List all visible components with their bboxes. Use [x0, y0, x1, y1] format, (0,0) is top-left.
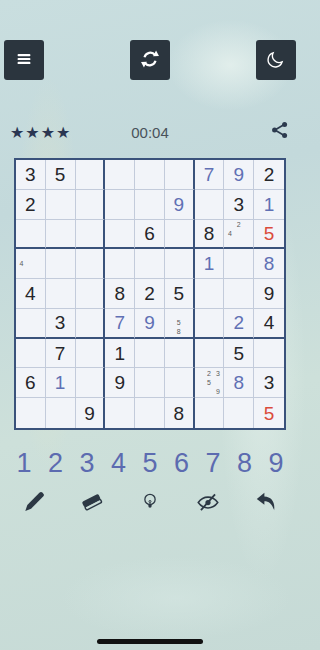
grid-cell-r7c6[interactable] — [165, 339, 195, 369]
grid-cell-r8c3[interactable] — [76, 368, 106, 398]
number-pad: 1 2 3 4 5 6 7 8 9 — [0, 450, 300, 477]
hide-eye-icon — [195, 489, 221, 518]
numpad-1[interactable]: 1 — [12, 450, 36, 477]
home-indicator[interactable] — [97, 639, 203, 644]
cell-digit: 7 — [55, 344, 66, 363]
grid-cell-r1c9[interactable]: 2 — [254, 160, 284, 190]
pencil-notes: 2359 — [196, 369, 223, 396]
grid-cell-r5c7[interactable] — [195, 279, 225, 309]
grid-cell-r9c8[interactable] — [224, 398, 254, 428]
moon-icon — [265, 48, 287, 73]
grid-cell-r1c4[interactable] — [105, 160, 135, 190]
numpad-2[interactable]: 2 — [44, 450, 68, 477]
numpad-9[interactable]: 9 — [264, 450, 288, 477]
grid-cell-r2c8[interactable]: 3 — [224, 190, 254, 220]
tool-bar — [0, 489, 300, 517]
game-timer: 00:04 — [100, 124, 200, 141]
grid-cell-r1c3[interactable] — [76, 160, 106, 190]
grid-cell-r8c7[interactable]: 2359 — [195, 368, 225, 398]
grid-cell-r8c5[interactable] — [135, 368, 165, 398]
grid-cell-r4c5[interactable] — [135, 249, 165, 279]
grid-cell-r9c1[interactable] — [16, 398, 46, 428]
grid-cell-r7c8[interactable]: 5 — [224, 339, 254, 369]
grid-cell-r4c4[interactable] — [105, 249, 135, 279]
grid-cell-r1c6[interactable] — [165, 160, 195, 190]
pencil-notes: 24 — [225, 221, 252, 247]
grid-cell-r1c2[interactable]: 5 — [46, 160, 76, 190]
grid-cell-r5c4[interactable]: 8 — [105, 279, 135, 309]
grid-cell-r3c6[interactable] — [165, 220, 195, 250]
grid-cell-r6c5[interactable]: 9 — [135, 309, 165, 339]
cell-digit: 1 — [204, 254, 215, 273]
cell-digit: 5 — [264, 224, 275, 243]
grid-cell-r1c8[interactable]: 9 — [224, 160, 254, 190]
eraser-icon — [79, 489, 105, 518]
grid-cell-r3c7[interactable]: 8 — [195, 220, 225, 250]
grid-cell-r9c5[interactable] — [135, 398, 165, 428]
numpad-5[interactable]: 5 — [138, 450, 162, 477]
grid-cell-r7c5[interactable] — [135, 339, 165, 369]
cell-digit: 9 — [144, 313, 155, 332]
difficulty-stars: ★★★★ — [10, 123, 100, 142]
undo-button[interactable] — [246, 489, 286, 517]
grid-cell-r3c8[interactable]: 24 — [224, 220, 254, 250]
grid-cell-r7c2[interactable]: 7 — [46, 339, 76, 369]
share-icon[interactable] — [270, 120, 290, 144]
cell-digit: 7 — [204, 165, 215, 184]
grid-cell-r4c2[interactable] — [46, 249, 76, 279]
cell-digit: 9 — [234, 165, 245, 184]
grid-cell-r4c6[interactable] — [165, 249, 195, 279]
grid-cell-r1c1[interactable]: 3 — [16, 160, 46, 190]
grid-cell-r3c9[interactable]: 5 — [254, 220, 284, 250]
cell-digit: 7 — [114, 313, 125, 332]
numpad-7[interactable]: 7 — [201, 450, 225, 477]
status-row: ★★★★ 00:04 — [0, 122, 300, 142]
cell-digit: 2 — [234, 313, 245, 332]
grid-cell-r5c8[interactable] — [224, 279, 254, 309]
grid-cell-r6c1[interactable] — [16, 309, 46, 339]
undo-icon — [253, 489, 279, 518]
grid-cell-r7c4[interactable]: 1 — [105, 339, 135, 369]
cell-digit: 2 — [25, 195, 36, 214]
grid-cell-r8c1[interactable]: 6 — [16, 368, 46, 398]
grid-cell-r2c6[interactable]: 9 — [165, 190, 195, 220]
cell-digit: 8 — [204, 224, 215, 243]
grid-cell-r5c1[interactable]: 4 — [16, 279, 46, 309]
refresh-icon — [139, 48, 161, 73]
grid-cell-r7c7[interactable] — [195, 339, 225, 369]
grid-cell-r7c1[interactable] — [16, 339, 46, 369]
grid-cell-r6c7[interactable] — [195, 309, 225, 339]
grid-cell-r2c1[interactable]: 2 — [16, 190, 46, 220]
grid-cell-r9c7[interactable] — [195, 398, 225, 428]
grid-cell-r1c7[interactable]: 7 — [195, 160, 225, 190]
grid-cell-r7c9[interactable] — [254, 339, 284, 369]
cell-digit: 5 — [234, 344, 245, 363]
grid-cell-r2c5[interactable] — [135, 190, 165, 220]
grid-cell-r1c5[interactable] — [135, 160, 165, 190]
hamburger-icon — [13, 48, 35, 73]
top-bar — [0, 40, 300, 80]
numpad-6[interactable]: 6 — [170, 450, 194, 477]
grid-cell-r6c9[interactable]: 4 — [254, 309, 284, 339]
cell-digit: 6 — [25, 373, 36, 392]
grid-cell-r6c6[interactable]: 58 — [165, 309, 195, 339]
eraser-button[interactable] — [72, 489, 112, 517]
cell-digit: 1 — [114, 344, 125, 363]
sudoku-board: 3579229316824541848259379582471561923598… — [14, 158, 286, 430]
grid-cell-r4c3[interactable] — [76, 249, 106, 279]
grid-cell-r3c3[interactable] — [76, 220, 106, 250]
cell-digit: 9 — [264, 284, 275, 303]
pencil-button[interactable] — [14, 489, 54, 517]
cell-digit: 9 — [173, 195, 184, 214]
grid-cell-r6c3[interactable] — [76, 309, 106, 339]
pencil-icon — [22, 489, 47, 517]
grid-cell-r4c8[interactable] — [224, 249, 254, 279]
grid-cell-r4c9[interactable]: 8 — [254, 249, 284, 279]
night-mode-button[interactable] — [256, 40, 296, 80]
cell-digit: 1 — [55, 373, 66, 392]
hint-bulb-icon — [139, 491, 161, 516]
grid-cell-r4c1[interactable]: 4 — [16, 249, 46, 279]
cell-digit: 2 — [144, 284, 155, 303]
grid-cell-r3c4[interactable] — [105, 220, 135, 250]
numpad-8[interactable]: 8 — [233, 450, 257, 477]
grid-cell-r6c2[interactable]: 3 — [46, 309, 76, 339]
cell-digit: 5 — [55, 165, 66, 184]
grid-cell-r9c3[interactable]: 9 — [76, 398, 106, 428]
grid-cell-r8c9[interactable]: 3 — [254, 368, 284, 398]
hint-button[interactable] — [130, 489, 170, 517]
cell-digit: 5 — [173, 284, 184, 303]
grid-cell-r2c7[interactable] — [195, 190, 225, 220]
pencil-notes: 4 — [17, 250, 44, 277]
cell-digit: 6 — [144, 224, 155, 243]
grid-cell-r5c3[interactable] — [76, 279, 106, 309]
grid-cell-r6c4[interactable]: 7 — [105, 309, 135, 339]
cell-digit: 3 — [264, 373, 275, 392]
grid-cell-r5c9[interactable]: 9 — [254, 279, 284, 309]
grid-cell-r5c6[interactable]: 5 — [165, 279, 195, 309]
grid-cell-r9c9[interactable]: 5 — [254, 398, 284, 428]
cell-digit: 2 — [264, 165, 275, 184]
grid-cell-r3c2[interactable] — [46, 220, 76, 250]
hide-pencilmarks-button[interactable] — [188, 489, 228, 517]
grid-cell-r9c2[interactable] — [46, 398, 76, 428]
grid-cell-r5c5[interactable]: 2 — [135, 279, 165, 309]
numpad-3[interactable]: 3 — [75, 450, 99, 477]
cell-digit: 1 — [264, 195, 275, 214]
cell-digit: 9 — [114, 373, 125, 392]
grid-cell-r5c2[interactable] — [46, 279, 76, 309]
grid-cell-r6c8[interactable]: 2 — [224, 309, 254, 339]
cell-digit: 8 — [264, 254, 275, 273]
cell-digit: 3 — [234, 195, 245, 214]
cell-digit: 9 — [84, 404, 95, 423]
cell-digit: 5 — [264, 404, 275, 423]
grid-cell-r8c8[interactable]: 8 — [224, 368, 254, 398]
grid-cell-r2c2[interactable] — [46, 190, 76, 220]
cell-digit: 8 — [234, 373, 245, 392]
grid-cell-r9c4[interactable] — [105, 398, 135, 428]
grid-cell-r2c4[interactable] — [105, 190, 135, 220]
grid-cell-r7c3[interactable] — [76, 339, 106, 369]
cell-digit: 3 — [25, 165, 36, 184]
grid-cell-r4c7[interactable]: 1 — [195, 249, 225, 279]
cell-digit: 4 — [25, 284, 36, 303]
grid-cell-r8c4[interactable]: 9 — [105, 368, 135, 398]
grid-cell-r8c6[interactable] — [165, 368, 195, 398]
grid-cell-r3c1[interactable] — [16, 220, 46, 250]
pencil-notes: 58 — [166, 310, 192, 336]
cell-digit: 3 — [55, 313, 66, 332]
cell-digit: 8 — [114, 284, 125, 303]
menu-button[interactable] — [4, 40, 44, 80]
new-game-button[interactable] — [130, 40, 170, 80]
grid-cell-r9c6[interactable]: 8 — [165, 398, 195, 428]
cell-digit: 4 — [264, 313, 275, 332]
grid-cell-r8c2[interactable]: 1 — [46, 368, 76, 398]
grid-cell-r2c3[interactable] — [76, 190, 106, 220]
grid-cell-r2c9[interactable]: 1 — [254, 190, 284, 220]
numpad-4[interactable]: 4 — [107, 450, 131, 477]
cell-digit: 8 — [173, 404, 184, 423]
grid-cell-r3c5[interactable]: 6 — [135, 220, 165, 250]
